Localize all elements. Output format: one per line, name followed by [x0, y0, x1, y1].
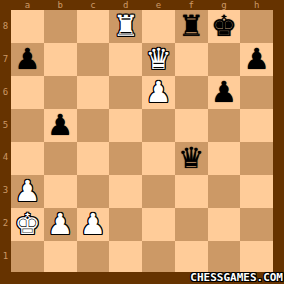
square-e8[interactable]: [142, 10, 175, 43]
square-f7[interactable]: [175, 43, 208, 76]
square-c5[interactable]: [77, 109, 110, 142]
square-h6[interactable]: [240, 76, 273, 109]
square-a6[interactable]: [11, 76, 44, 109]
square-d8[interactable]: ♜: [109, 10, 142, 43]
square-g2[interactable]: [208, 208, 241, 241]
square-b3[interactable]: [44, 175, 77, 208]
file-label-a: a: [11, 0, 44, 10]
square-d5[interactable]: [109, 109, 142, 142]
square-h8[interactable]: [240, 10, 273, 43]
rank-label-2: 2: [0, 207, 11, 240]
square-h4[interactable]: [240, 142, 273, 175]
black-rook-f8-icon: ♜: [175, 10, 208, 43]
square-h2[interactable]: [240, 208, 273, 241]
white-pawn-b2-icon: ♟: [44, 208, 77, 241]
square-a8[interactable]: [11, 10, 44, 43]
chess-board: ♜♜♚♟♛♟♟♟♟♛♟♚♟♟: [11, 10, 273, 272]
square-e2[interactable]: [142, 208, 175, 241]
rank-labels: 87654321: [0, 10, 11, 272]
white-pawn-a3-icon: ♟: [11, 175, 44, 208]
file-label-c: c: [77, 0, 110, 10]
rank-label-5: 5: [0, 108, 11, 141]
black-queen-f4-icon: ♛: [175, 142, 208, 175]
square-c6[interactable]: [77, 76, 110, 109]
square-h7[interactable]: ♟: [240, 43, 273, 76]
square-d7[interactable]: [109, 43, 142, 76]
square-b1[interactable]: [44, 241, 77, 272]
square-b2[interactable]: ♟: [44, 208, 77, 241]
square-b6[interactable]: [44, 76, 77, 109]
square-d2[interactable]: [109, 208, 142, 241]
square-e5[interactable]: [142, 109, 175, 142]
square-d1[interactable]: [109, 241, 142, 272]
square-g6[interactable]: ♟: [208, 76, 241, 109]
square-f6[interactable]: [175, 76, 208, 109]
black-pawn-h7-icon: ♟: [240, 43, 273, 76]
black-pawn-g6-icon: ♟: [208, 76, 241, 109]
white-rook-d8-icon: ♜: [109, 10, 142, 43]
square-d6[interactable]: [109, 76, 142, 109]
square-d3[interactable]: [109, 175, 142, 208]
square-b4[interactable]: [44, 142, 77, 175]
square-a2[interactable]: ♚: [11, 208, 44, 241]
white-pawn-c2-icon: ♟: [77, 208, 110, 241]
square-g8[interactable]: ♚: [208, 10, 241, 43]
black-king-g8-icon: ♚: [208, 10, 241, 43]
rank-label-4: 4: [0, 141, 11, 174]
square-h3[interactable]: [240, 175, 273, 208]
rank-label-7: 7: [0, 43, 11, 76]
square-c3[interactable]: [77, 175, 110, 208]
square-f8[interactable]: ♜: [175, 10, 208, 43]
square-e7[interactable]: ♛: [142, 43, 175, 76]
square-b5[interactable]: ♟: [44, 109, 77, 142]
black-pawn-b5-icon: ♟: [44, 109, 77, 142]
square-c8[interactable]: [77, 10, 110, 43]
square-g3[interactable]: [208, 175, 241, 208]
square-c1[interactable]: [77, 241, 110, 272]
square-g1[interactable]: [208, 241, 241, 272]
white-pawn-e6-icon: ♟: [142, 76, 175, 109]
rank-label-6: 6: [0, 76, 11, 109]
square-a7[interactable]: ♟: [11, 43, 44, 76]
white-king-a2-icon: ♚: [11, 208, 44, 241]
square-e1[interactable]: [142, 241, 175, 272]
square-b7[interactable]: [44, 43, 77, 76]
square-c7[interactable]: [77, 43, 110, 76]
square-e4[interactable]: [142, 142, 175, 175]
square-c2[interactable]: ♟: [77, 208, 110, 241]
square-a4[interactable]: [11, 142, 44, 175]
rank-label-1: 1: [0, 239, 11, 272]
square-e3[interactable]: [142, 175, 175, 208]
square-f3[interactable]: [175, 175, 208, 208]
square-d4[interactable]: [109, 142, 142, 175]
square-g7[interactable]: [208, 43, 241, 76]
rank-label-3: 3: [0, 174, 11, 207]
square-c4[interactable]: [77, 142, 110, 175]
square-e6[interactable]: ♟: [142, 76, 175, 109]
chess-board-frame: abcdefgh 87654321 ♜♜♚♟♛♟♟♟♟♛♟♚♟♟ CHESSGA…: [0, 0, 284, 284]
square-h5[interactable]: [240, 109, 273, 142]
file-label-e: e: [142, 0, 175, 10]
file-label-h: h: [240, 0, 273, 10]
square-a5[interactable]: [11, 109, 44, 142]
square-g5[interactable]: [208, 109, 241, 142]
square-b8[interactable]: [44, 10, 77, 43]
black-pawn-a7-icon: ♟: [11, 43, 44, 76]
square-h1[interactable]: [240, 241, 273, 272]
chessgames-watermark: CHESSGAMES.COM: [190, 272, 283, 284]
white-queen-e7-icon: ♛: [142, 43, 175, 76]
square-f1[interactable]: [175, 241, 208, 272]
square-a1[interactable]: [11, 241, 44, 272]
square-f4[interactable]: ♛: [175, 142, 208, 175]
square-g4[interactable]: [208, 142, 241, 175]
rank-label-8: 8: [0, 10, 11, 43]
square-a3[interactable]: ♟: [11, 175, 44, 208]
square-f2[interactable]: [175, 208, 208, 241]
file-label-b: b: [44, 0, 77, 10]
square-f5[interactable]: [175, 109, 208, 142]
